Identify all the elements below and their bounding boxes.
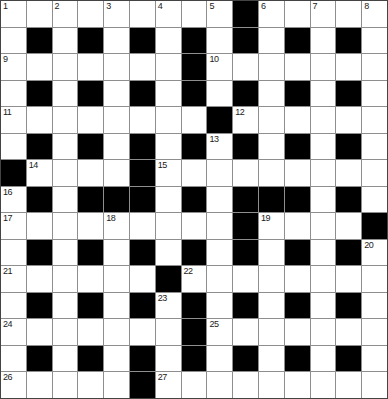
- white-cell-r5-c2[interactable]: [53, 134, 78, 160]
- black-cell-r11-c13: [336, 293, 361, 319]
- clue-number-11: 11: [3, 107, 11, 117]
- clue-number-19: 19: [261, 213, 270, 223]
- white-cell-r4-c0[interactable]: 11: [1, 107, 26, 133]
- white-cell-r12-c3[interactable]: [78, 319, 103, 345]
- white-cell-r4-c1[interactable]: [27, 107, 52, 133]
- white-cell-r6-c12[interactable]: [311, 160, 336, 186]
- white-cell-r3-c8[interactable]: [207, 81, 232, 107]
- white-cell-r8-c3[interactable]: [78, 213, 103, 239]
- white-cell-r2-c14[interactable]: [362, 54, 387, 80]
- white-cell-r4-c3[interactable]: [78, 107, 103, 133]
- white-cell-r10-c11[interactable]: [285, 266, 310, 292]
- black-cell-r1-c7: [182, 28, 207, 54]
- black-cell-r8-c9: [233, 213, 258, 239]
- black-cell-r6-c0: [1, 160, 26, 186]
- white-cell-r10-c13[interactable]: [336, 266, 361, 292]
- white-cell-r0-c13[interactable]: [336, 1, 361, 27]
- white-cell-r8-c6[interactable]: [156, 213, 181, 239]
- clue-number-7: 7: [313, 1, 318, 11]
- clue-number-21: 21: [3, 266, 12, 276]
- white-cell-r1-c2[interactable]: [53, 28, 78, 54]
- black-cell-r9-c7: [182, 240, 207, 266]
- white-cell-r11-c6[interactable]: 23: [156, 293, 181, 319]
- clue-number-14: 14: [29, 160, 38, 170]
- white-cell-r10-c10[interactable]: [259, 266, 284, 292]
- white-cell-r6-c13[interactable]: [336, 160, 361, 186]
- white-cell-r1-c12[interactable]: [311, 28, 336, 54]
- clue-number-8: 8: [364, 1, 369, 11]
- white-cell-r7-c6[interactable]: [156, 187, 181, 213]
- black-cell-r13-c5: [130, 346, 155, 372]
- clue-number-15: 15: [158, 160, 167, 170]
- white-cell-r2-c12[interactable]: [311, 54, 336, 80]
- white-cell-r14-c10[interactable]: [259, 372, 284, 398]
- white-cell-r9-c4[interactable]: [104, 240, 129, 266]
- black-cell-r1-c9: [233, 28, 258, 54]
- white-cell-r5-c14[interactable]: [362, 134, 387, 160]
- black-cell-r5-c13: [336, 134, 361, 160]
- black-cell-r1-c5: [130, 28, 155, 54]
- white-cell-r14-c1[interactable]: [27, 372, 52, 398]
- white-cell-r6-c14[interactable]: [362, 160, 387, 186]
- black-cell-r7-c7: [182, 187, 207, 213]
- white-cell-r14-c14[interactable]: [362, 372, 387, 398]
- white-cell-r10-c4[interactable]: [104, 266, 129, 292]
- clue-number-25: 25: [209, 319, 218, 329]
- white-cell-r12-c6[interactable]: [156, 319, 181, 345]
- black-cell-r11-c7: [182, 293, 207, 319]
- clue-number-9: 9: [3, 54, 8, 64]
- white-cell-r6-c3[interactable]: [78, 160, 103, 186]
- white-cell-r14-c8[interactable]: [207, 372, 232, 398]
- white-cell-r7-c2[interactable]: [53, 187, 78, 213]
- white-cell-r2-c1[interactable]: [27, 54, 52, 80]
- clue-number-4: 4: [158, 1, 163, 11]
- white-cell-r11-c4[interactable]: [104, 293, 129, 319]
- white-cell-r13-c10[interactable]: [259, 346, 284, 372]
- black-cell-r8-c14: [362, 213, 387, 239]
- white-cell-r4-c11[interactable]: [285, 107, 310, 133]
- black-cell-r7-c4: [104, 187, 129, 213]
- white-cell-r12-c4[interactable]: [104, 319, 129, 345]
- white-cell-r2-c5[interactable]: [130, 54, 155, 80]
- clue-number-16: 16: [3, 187, 12, 197]
- white-cell-r10-c0[interactable]: 21: [1, 266, 26, 292]
- black-cell-r3-c13: [336, 81, 361, 107]
- white-cell-r14-c9[interactable]: [233, 372, 258, 398]
- white-cell-r14-c12[interactable]: [311, 372, 336, 398]
- white-cell-r5-c8[interactable]: 13: [207, 134, 232, 160]
- black-cell-r5-c7: [182, 134, 207, 160]
- white-cell-r8-c12[interactable]: [311, 213, 336, 239]
- white-cell-r7-c8[interactable]: [207, 187, 232, 213]
- white-cell-r13-c8[interactable]: [207, 346, 232, 372]
- black-cell-r11-c1: [27, 293, 52, 319]
- black-cell-r5-c1: [27, 134, 52, 160]
- white-cell-r12-c8[interactable]: 25: [207, 319, 232, 345]
- white-cell-r13-c14[interactable]: [362, 346, 387, 372]
- white-cell-r5-c12[interactable]: [311, 134, 336, 160]
- white-cell-r6-c4[interactable]: [104, 160, 129, 186]
- white-cell-r12-c12[interactable]: [311, 319, 336, 345]
- white-cell-r14-c13[interactable]: [336, 372, 361, 398]
- white-cell-r4-c12[interactable]: [311, 107, 336, 133]
- white-cell-r7-c0[interactable]: 16: [1, 187, 26, 213]
- white-cell-r9-c14[interactable]: 20: [362, 240, 387, 266]
- black-cell-r9-c13: [336, 240, 361, 266]
- clue-number-5: 5: [209, 1, 214, 11]
- white-cell-r11-c12[interactable]: [311, 293, 336, 319]
- black-cell-r7-c11: [285, 187, 310, 213]
- white-cell-r0-c2[interactable]: 2: [53, 1, 78, 27]
- white-cell-r2-c0[interactable]: 9: [1, 54, 26, 80]
- clue-number-18: 18: [106, 213, 115, 223]
- white-cell-r7-c14[interactable]: [362, 187, 387, 213]
- white-cell-r4-c13[interactable]: [336, 107, 361, 133]
- black-cell-r11-c3: [78, 293, 103, 319]
- white-cell-r2-c10[interactable]: [259, 54, 284, 80]
- crossword-grid: 1234567891011121314151617181920212223242…: [0, 0, 388, 399]
- white-cell-r0-c7[interactable]: [182, 1, 207, 27]
- white-cell-r0-c5[interactable]: [130, 1, 155, 27]
- white-cell-r1-c10[interactable]: [259, 28, 284, 54]
- white-cell-r5-c10[interactable]: [259, 134, 284, 160]
- white-cell-r12-c1[interactable]: [27, 319, 52, 345]
- white-cell-r12-c0[interactable]: 24: [1, 319, 26, 345]
- white-cell-r10-c12[interactable]: [311, 266, 336, 292]
- black-cell-r7-c13: [336, 187, 361, 213]
- clue-number-27: 27: [158, 372, 167, 382]
- black-cell-r1-c13: [336, 28, 361, 54]
- white-cell-r6-c8[interactable]: [207, 160, 232, 186]
- white-cell-r3-c2[interactable]: [53, 81, 78, 107]
- black-cell-r7-c10: [259, 187, 284, 213]
- clue-number-22: 22: [184, 266, 193, 276]
- white-cell-r6-c10[interactable]: [259, 160, 284, 186]
- black-cell-r14-c5: [130, 372, 155, 398]
- white-cell-r0-c1[interactable]: [27, 1, 52, 27]
- white-cell-r12-c13[interactable]: [336, 319, 361, 345]
- white-cell-r12-c14[interactable]: [362, 319, 387, 345]
- clue-number-3: 3: [106, 1, 111, 11]
- white-cell-r5-c4[interactable]: [104, 134, 129, 160]
- white-cell-r4-c5[interactable]: [130, 107, 155, 133]
- clue-number-23: 23: [158, 293, 167, 303]
- black-cell-r11-c9: [233, 293, 258, 319]
- crossword-puzzle: 1234567891011121314151617181920212223242…: [0, 0, 388, 399]
- white-cell-r10-c8[interactable]: [207, 266, 232, 292]
- white-cell-r6-c9[interactable]: [233, 160, 258, 186]
- black-cell-r11-c11: [285, 293, 310, 319]
- white-cell-r8-c4[interactable]: 18: [104, 213, 129, 239]
- clue-number-24: 24: [3, 319, 12, 329]
- white-cell-r12-c2[interactable]: [53, 319, 78, 345]
- white-cell-r8-c0[interactable]: 17: [1, 213, 26, 239]
- white-cell-r6-c11[interactable]: [285, 160, 310, 186]
- white-cell-r14-c7[interactable]: [182, 372, 207, 398]
- white-cell-r11-c10[interactable]: [259, 293, 284, 319]
- white-cell-r3-c6[interactable]: [156, 81, 181, 107]
- white-cell-r14-c11[interactable]: [285, 372, 310, 398]
- black-cell-r4-c8: [207, 107, 232, 133]
- white-cell-r13-c2[interactable]: [53, 346, 78, 372]
- black-cell-r12-c7: [182, 319, 207, 345]
- white-cell-r3-c0[interactable]: [1, 81, 26, 107]
- white-cell-r10-c5[interactable]: [130, 266, 155, 292]
- white-cell-r8-c7[interactable]: [182, 213, 207, 239]
- black-cell-r7-c3: [78, 187, 103, 213]
- white-cell-r0-c0[interactable]: 1: [1, 1, 26, 27]
- white-cell-r8-c5[interactable]: [130, 213, 155, 239]
- clue-number-10: 10: [209, 54, 218, 64]
- black-cell-r7-c9: [233, 187, 258, 213]
- white-cell-r10-c1[interactable]: [27, 266, 52, 292]
- black-cell-r7-c5: [130, 187, 155, 213]
- white-cell-r13-c6[interactable]: [156, 346, 181, 372]
- white-cell-r14-c0[interactable]: 26: [1, 372, 26, 398]
- white-cell-r2-c8[interactable]: 10: [207, 54, 232, 80]
- white-cell-r6-c1[interactable]: 14: [27, 160, 52, 186]
- white-cell-r1-c4[interactable]: [104, 28, 129, 54]
- black-cell-r13-c13: [336, 346, 361, 372]
- clue-number-17: 17: [3, 213, 12, 223]
- black-cell-r7-c1: [27, 187, 52, 213]
- white-cell-r0-c4[interactable]: 3: [104, 1, 129, 27]
- black-cell-r9-c3: [78, 240, 103, 266]
- white-cell-r8-c2[interactable]: [53, 213, 78, 239]
- white-cell-r12-c5[interactable]: [130, 319, 155, 345]
- white-cell-r8-c10[interactable]: 19: [259, 213, 284, 239]
- black-cell-r3-c3: [78, 81, 103, 107]
- white-cell-r3-c12[interactable]: [311, 81, 336, 107]
- white-cell-r4-c10[interactable]: [259, 107, 284, 133]
- white-cell-r9-c8[interactable]: [207, 240, 232, 266]
- white-cell-r1-c14[interactable]: [362, 28, 387, 54]
- black-cell-r10-c6: [156, 266, 181, 292]
- white-cell-r10-c9[interactable]: [233, 266, 258, 292]
- black-cell-r9-c5: [130, 240, 155, 266]
- white-cell-r2-c6[interactable]: [156, 54, 181, 80]
- white-cell-r2-c13[interactable]: [336, 54, 361, 80]
- white-cell-r8-c11[interactable]: [285, 213, 310, 239]
- white-cell-r9-c12[interactable]: [311, 240, 336, 266]
- white-cell-r14-c4[interactable]: [104, 372, 129, 398]
- white-cell-r4-c14[interactable]: [362, 107, 387, 133]
- black-cell-r1-c1: [27, 28, 52, 54]
- white-cell-r12-c11[interactable]: [285, 319, 310, 345]
- white-cell-r2-c3[interactable]: [78, 54, 103, 80]
- black-cell-r13-c11: [285, 346, 310, 372]
- white-cell-r10-c7[interactable]: 22: [182, 266, 207, 292]
- clue-number-26: 26: [3, 372, 12, 382]
- white-cell-r3-c10[interactable]: [259, 81, 284, 107]
- white-cell-r5-c6[interactable]: [156, 134, 181, 160]
- black-cell-r3-c1: [27, 81, 52, 107]
- white-cell-r1-c6[interactable]: [156, 28, 181, 54]
- white-cell-r1-c8[interactable]: [207, 28, 232, 54]
- black-cell-r3-c7: [182, 81, 207, 107]
- white-cell-r0-c3[interactable]: [78, 1, 103, 27]
- white-cell-r0-c6[interactable]: 4: [156, 1, 181, 27]
- white-cell-r10-c3[interactable]: [78, 266, 103, 292]
- white-cell-r0-c12[interactable]: 7: [311, 1, 336, 27]
- white-cell-r6-c6[interactable]: 15: [156, 160, 181, 186]
- black-cell-r13-c9: [233, 346, 258, 372]
- clue-number-20: 20: [364, 240, 373, 250]
- black-cell-r1-c3: [78, 28, 103, 54]
- white-cell-r7-c12[interactable]: [311, 187, 336, 213]
- white-cell-r6-c2[interactable]: [53, 160, 78, 186]
- clue-number-2: 2: [55, 1, 60, 11]
- black-cell-r3-c11: [285, 81, 310, 107]
- white-cell-r4-c6[interactable]: [156, 107, 181, 133]
- clue-number-1: 1: [3, 1, 8, 11]
- white-cell-r14-c2[interactable]: [53, 372, 78, 398]
- white-cell-r14-c3[interactable]: [78, 372, 103, 398]
- black-cell-r5-c9: [233, 134, 258, 160]
- black-cell-r6-c5: [130, 160, 155, 186]
- black-cell-r11-c5: [130, 293, 155, 319]
- black-cell-r13-c3: [78, 346, 103, 372]
- black-cell-r5-c5: [130, 134, 155, 160]
- white-cell-r1-c0[interactable]: [1, 28, 26, 54]
- white-cell-r13-c12[interactable]: [311, 346, 336, 372]
- black-cell-r9-c9: [233, 240, 258, 266]
- white-cell-r2-c4[interactable]: [104, 54, 129, 80]
- white-cell-r2-c11[interactable]: [285, 54, 310, 80]
- white-cell-r3-c4[interactable]: [104, 81, 129, 107]
- white-cell-r9-c6[interactable]: [156, 240, 181, 266]
- clue-number-13: 13: [209, 134, 218, 144]
- white-cell-r4-c4[interactable]: [104, 107, 129, 133]
- white-cell-r4-c9[interactable]: 12: [233, 107, 258, 133]
- white-cell-r11-c2[interactable]: [53, 293, 78, 319]
- black-cell-r3-c5: [130, 81, 155, 107]
- white-cell-r10-c2[interactable]: [53, 266, 78, 292]
- white-cell-r9-c2[interactable]: [53, 240, 78, 266]
- white-cell-r11-c14[interactable]: [362, 293, 387, 319]
- white-cell-r8-c1[interactable]: [27, 213, 52, 239]
- black-cell-r13-c7: [182, 346, 207, 372]
- white-cell-r14-c6[interactable]: 27: [156, 372, 181, 398]
- white-cell-r0-c10[interactable]: 6: [259, 1, 284, 27]
- black-cell-r5-c11: [285, 134, 310, 160]
- white-cell-r2-c9[interactable]: [233, 54, 258, 80]
- white-cell-r0-c8[interactable]: 5: [207, 1, 232, 27]
- white-cell-r13-c4[interactable]: [104, 346, 129, 372]
- black-cell-r9-c1: [27, 240, 52, 266]
- white-cell-r0-c14[interactable]: 8: [362, 1, 387, 27]
- white-cell-r8-c13[interactable]: [336, 213, 361, 239]
- clue-number-6: 6: [261, 1, 266, 11]
- black-cell-r9-c11: [285, 240, 310, 266]
- black-cell-r2-c7: [182, 54, 207, 80]
- white-cell-r11-c8[interactable]: [207, 293, 232, 319]
- white-cell-r13-c0[interactable]: [1, 346, 26, 372]
- black-cell-r13-c1: [27, 346, 52, 372]
- white-cell-r2-c2[interactable]: [53, 54, 78, 80]
- white-cell-r10-c14[interactable]: [362, 266, 387, 292]
- white-cell-r12-c10[interactable]: [259, 319, 284, 345]
- white-cell-r0-c11[interactable]: [285, 1, 310, 27]
- white-cell-r4-c2[interactable]: [53, 107, 78, 133]
- white-cell-r5-c0[interactable]: [1, 134, 26, 160]
- black-cell-r3-c9: [233, 81, 258, 107]
- white-cell-r9-c10[interactable]: [259, 240, 284, 266]
- clue-number-12: 12: [235, 107, 244, 117]
- black-cell-r1-c11: [285, 28, 310, 54]
- white-cell-r8-c8[interactable]: [207, 213, 232, 239]
- white-cell-r12-c9[interactable]: [233, 319, 258, 345]
- white-cell-r6-c7[interactable]: [182, 160, 207, 186]
- white-cell-r11-c0[interactable]: [1, 293, 26, 319]
- black-cell-r0-c9: [233, 1, 258, 27]
- white-cell-r4-c7[interactable]: [182, 107, 207, 133]
- white-cell-r9-c0[interactable]: [1, 240, 26, 266]
- black-cell-r5-c3: [78, 134, 103, 160]
- white-cell-r3-c14[interactable]: [362, 81, 387, 107]
